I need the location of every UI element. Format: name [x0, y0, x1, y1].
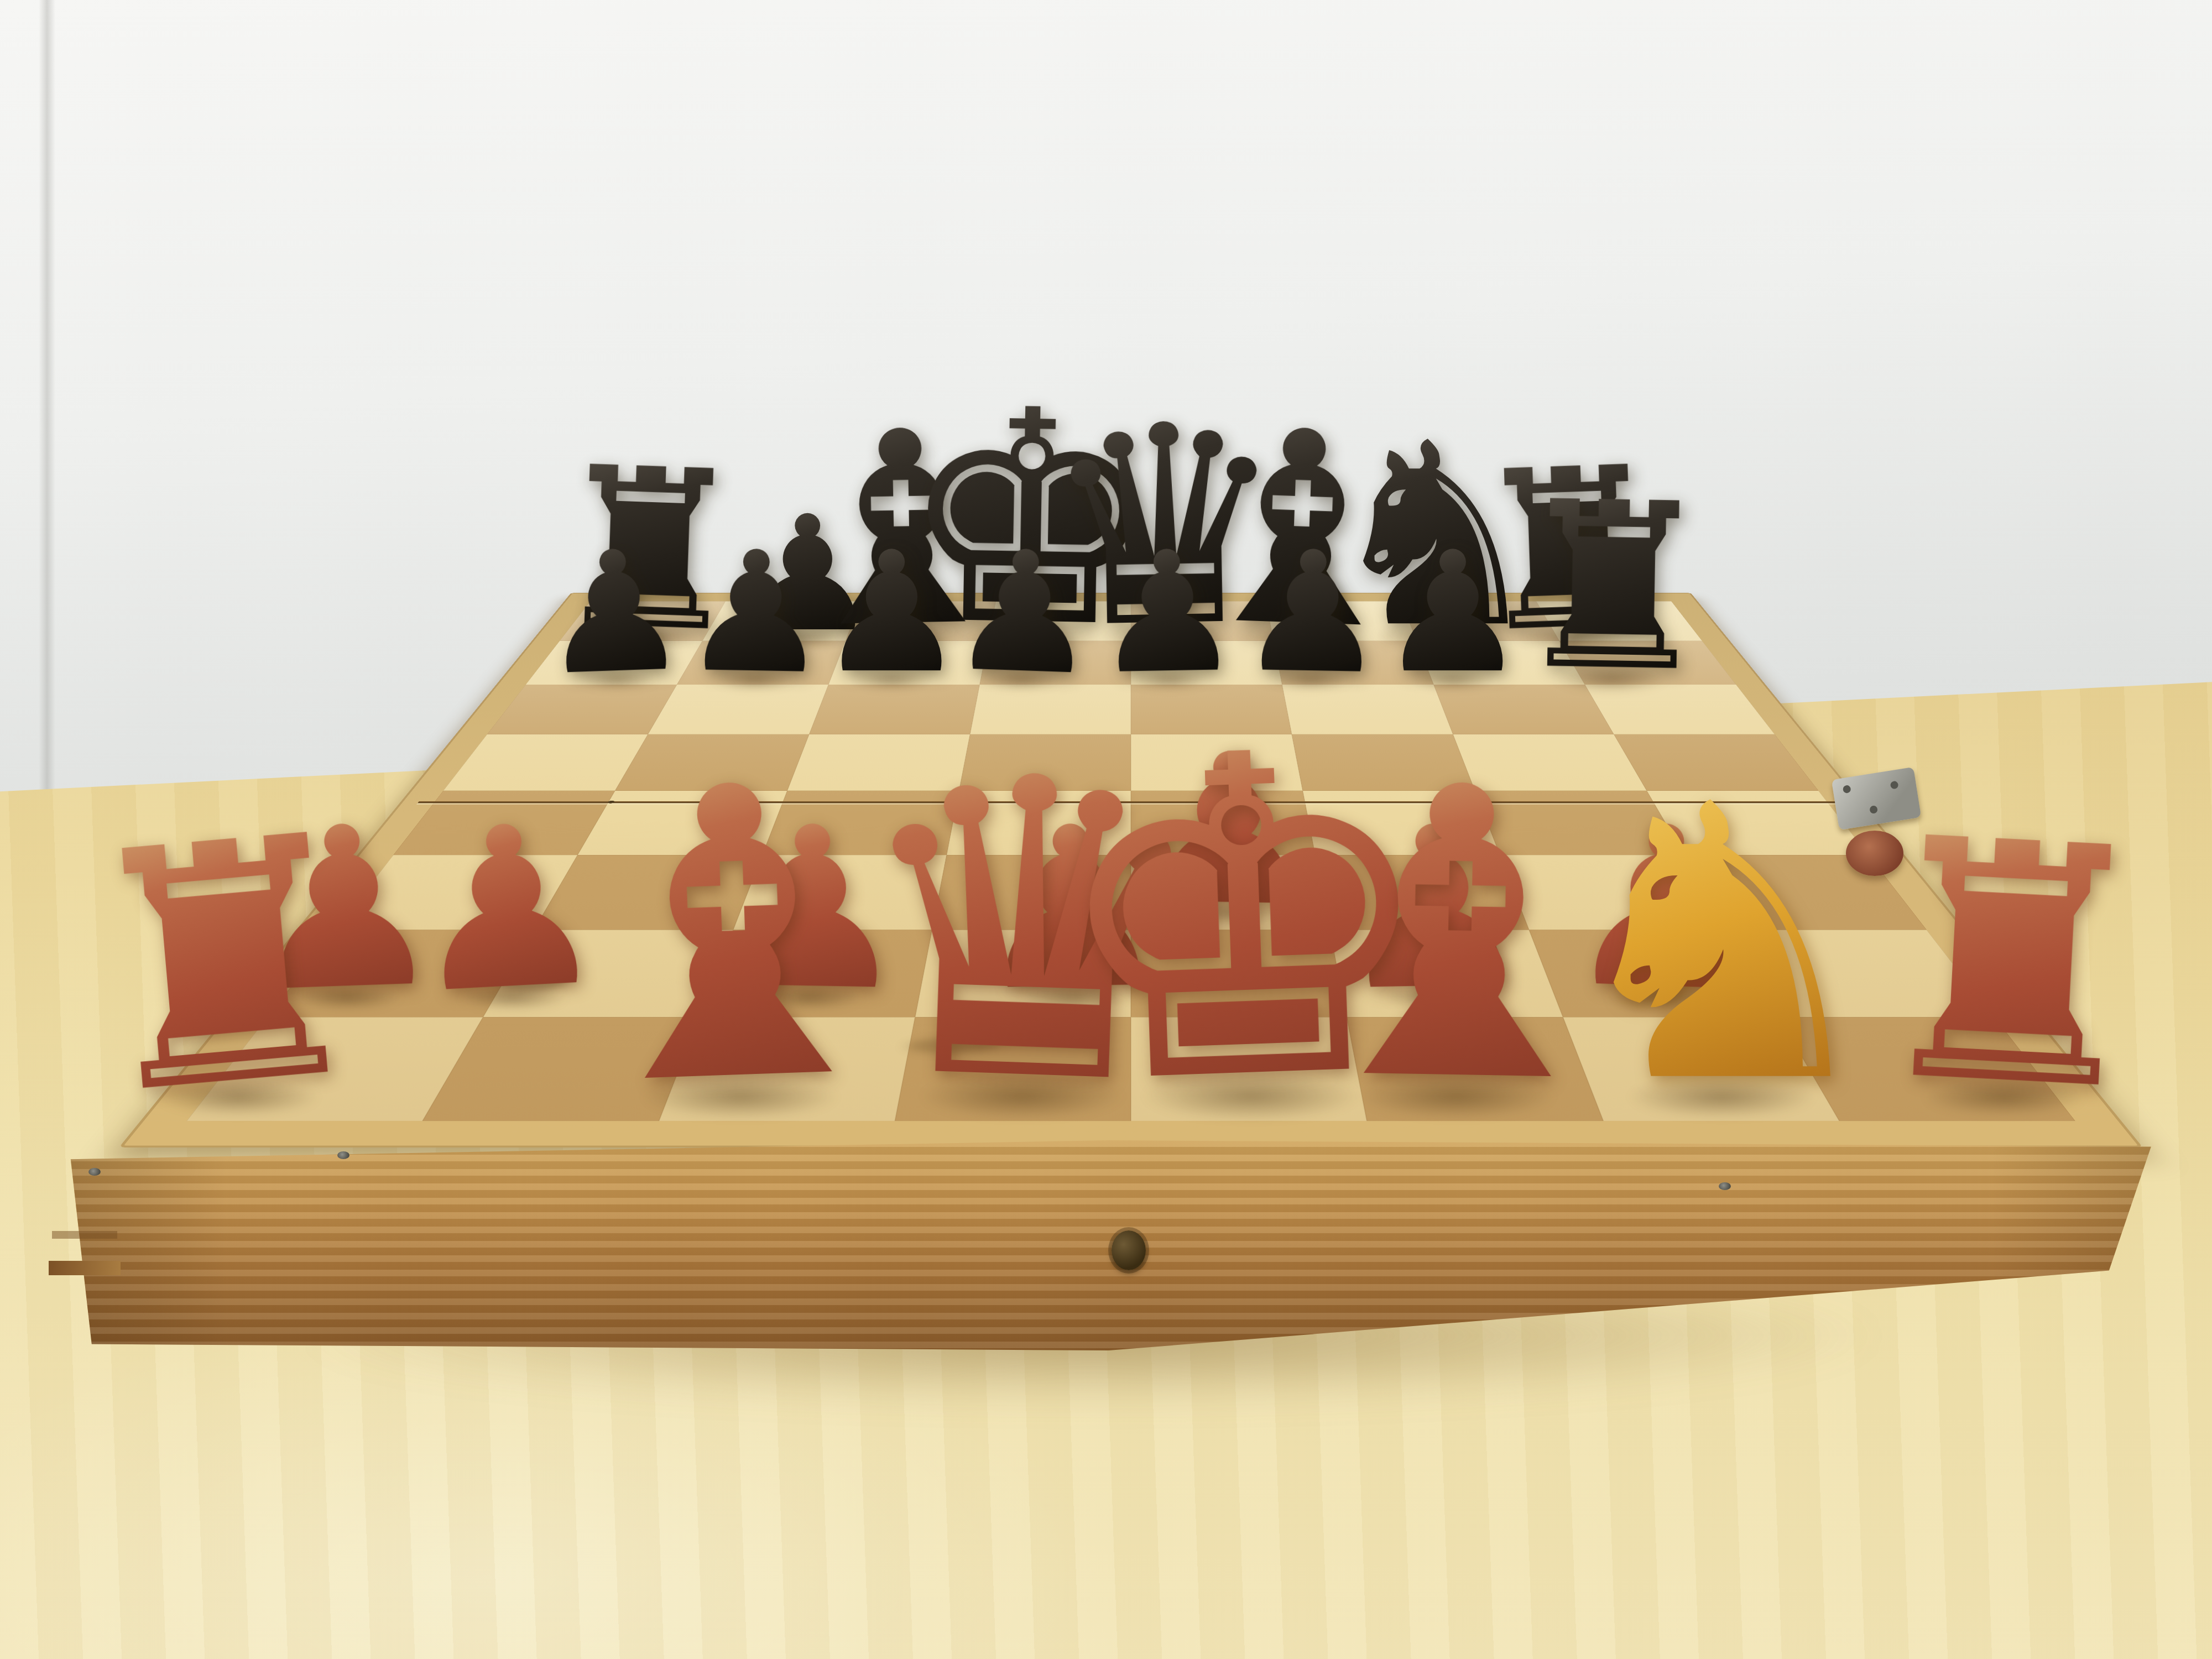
box-corner-joint: [49, 1261, 121, 1275]
chess-rook-icon: ♜: [1509, 471, 1718, 703]
piece-gold-knight-g1[interactable]: ♞: [1552, 756, 1892, 1135]
piece-red-rook-a1[interactable]: ♜: [64, 789, 387, 1143]
chess-pawn-icon: ♟: [680, 529, 832, 698]
chess-pawn-icon: ♟: [817, 530, 967, 696]
chess-knight-icon: ♞: [1552, 756, 1892, 1135]
piece-black-rook-h7[interactable]: ♜: [1509, 471, 1718, 703]
chess-rook-icon: ♜: [64, 789, 387, 1143]
chess-pawn-icon: ♟: [537, 528, 692, 699]
piece-black-pawn-c7[interactable]: ♟: [817, 530, 967, 696]
piece-red-rook-h1[interactable]: ♜: [1856, 793, 2168, 1138]
scene: ♜♟♝♚♛♝♞♜♜♟♟♟♟♟♟♟♟♟♟♟♟♟♟♜♝♛♚♝♞♜: [0, 0, 2212, 1659]
piece-black-pawn-a7[interactable]: ♟: [537, 528, 692, 699]
wall-corner-shadow: [39, 0, 55, 830]
chess-rook-icon: ♜: [1856, 793, 2168, 1138]
nail-icon: [337, 1151, 349, 1159]
nail-icon: [1719, 1182, 1731, 1190]
piece-black-pawn-b7[interactable]: ♟: [680, 529, 832, 698]
box-latch-knob[interactable]: [1112, 1230, 1146, 1270]
